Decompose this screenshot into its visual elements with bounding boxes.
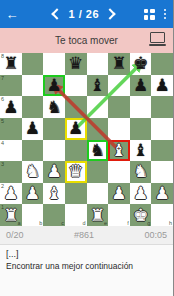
next-puzzle-icon[interactable] — [104, 8, 115, 19]
piece-white-pawn-g2[interactable]: ♟ — [130, 183, 152, 205]
chess-board[interactable]: 87654321abcdefgh ♜♛♜♚♟♝♟♟♟♞♟♟♞♝♝♞♟♛♞♟♟♝♟… — [0, 53, 173, 226]
piece-black-rook-a8[interactable]: ♜ — [0, 53, 22, 75]
hint-area: [...] Encontrar una mejor continuación — [0, 245, 173, 296]
piece-black-pawn-h7[interactable]: ♟ — [151, 75, 173, 97]
piece-white-queen-d3[interactable]: ♛ — [65, 161, 87, 183]
grid-view-icon[interactable] — [144, 9, 155, 20]
back-arrow-icon[interactable]: ← — [0, 7, 24, 22]
turn-banner: Te toca mover — [0, 28, 173, 53]
timer: 00:05 — [144, 230, 167, 240]
stats-bar: 0/20 #861 00:05 — [0, 226, 173, 245]
piece-white-knight-b3[interactable]: ♞ — [22, 161, 44, 183]
puzzle-navigation: 1 / 26 — [24, 8, 144, 20]
score-counter: 0/20 — [6, 230, 24, 240]
top-navigation-bar: ← 1 / 26 — [0, 0, 173, 28]
computer-engine-icon[interactable] — [149, 32, 166, 46]
piece-white-rook-a1[interactable]: ♜ — [0, 204, 22, 226]
piece-black-bishop-g4[interactable]: ♝ — [130, 140, 152, 162]
piece-black-knight-e4[interactable]: ♞ — [87, 140, 109, 162]
piece-black-knight-c6[interactable]: ♞ — [43, 96, 65, 118]
piece-black-rook-f8[interactable]: ♜ — [108, 53, 130, 75]
piece-white-pawn-a2[interactable]: ♟ — [0, 183, 22, 205]
piece-white-bishop-f4[interactable]: ♝ — [108, 140, 130, 162]
overflow-menu-icon[interactable] — [164, 9, 167, 20]
chess-training-app: ← 1 / 26 Te toca mover 87654321abcdefgh … — [0, 0, 173, 296]
piece-black-pawn-c7[interactable]: ♟ — [43, 75, 65, 97]
piece-white-pawn-f2[interactable]: ♟ — [108, 183, 130, 205]
hint-text: Encontrar una mejor continuación — [6, 261, 167, 271]
puzzle-number: #861 — [74, 230, 94, 240]
topbar-actions — [144, 9, 174, 20]
piece-black-queen-d8[interactable]: ♛ — [65, 53, 87, 75]
piece-white-pawn-h2[interactable]: ♟ — [151, 183, 173, 205]
board-pieces-layer: ♜♛♜♚♟♝♟♟♟♞♟♟♞♝♝♞♟♛♞♟♟♝♟♟♟♜♜♚ — [0, 53, 173, 226]
turn-banner-text: Te toca mover — [55, 35, 118, 46]
piece-white-king-g1[interactable]: ♚ — [130, 204, 152, 226]
piece-white-pawn-c3[interactable]: ♟ — [43, 161, 65, 183]
previous-puzzle-icon[interactable] — [52, 8, 63, 19]
piece-black-pawn-b5[interactable]: ♟ — [22, 118, 44, 140]
piece-black-bishop-e7[interactable]: ♝ — [87, 75, 109, 97]
piece-black-king-g8[interactable]: ♚ — [130, 53, 152, 75]
piece-white-knight-g3[interactable]: ♞ — [130, 161, 152, 183]
puzzle-counter: 1 / 26 — [68, 8, 99, 20]
piece-white-bishop-c2[interactable]: ♝ — [43, 183, 65, 205]
piece-black-pawn-d5[interactable]: ♟ — [65, 118, 87, 140]
piece-black-pawn-a6[interactable]: ♟ — [0, 96, 22, 118]
hint-ellipsis: [...] — [6, 249, 167, 259]
piece-white-rook-e1[interactable]: ♜ — [87, 204, 109, 226]
piece-black-pawn-g7[interactable]: ♟ — [130, 75, 152, 97]
piece-white-pawn-b2[interactable]: ♟ — [22, 183, 44, 205]
